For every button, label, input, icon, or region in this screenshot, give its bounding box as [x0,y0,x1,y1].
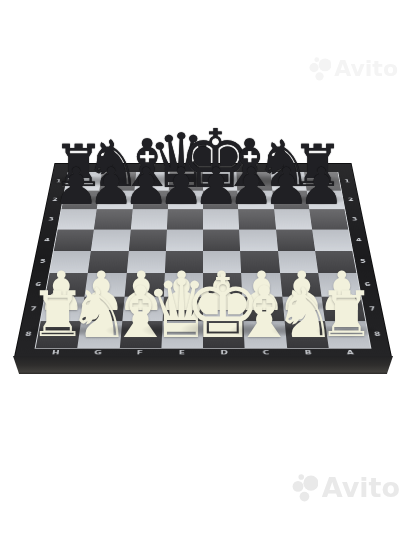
square-c4 [239,229,277,250]
board-grid [36,172,371,348]
file-label-bottom: D [217,349,231,356]
square-g8 [78,321,122,347]
square-d1 [203,172,237,190]
square-c5 [240,251,279,273]
square-a6 [318,273,361,297]
rank-label-right: 5 [354,259,373,265]
square-b1 [270,172,306,190]
rank-label-right: 6 [358,281,378,287]
square-e1 [169,172,203,190]
square-c3 [238,209,275,229]
square-e6 [164,273,203,297]
rank-label-left: 6 [28,281,48,287]
watermark-text: Avito [322,472,400,503]
square-b3 [274,209,312,229]
square-d3 [203,209,239,229]
square-a4 [312,229,352,250]
square-h6 [45,273,88,297]
square-f4 [128,229,166,250]
file-label-bottom: B [301,349,316,356]
board-side-edge [13,356,393,374]
square-h4 [54,229,94,250]
square-g3 [94,209,132,229]
rank-label-left: 8 [18,331,39,338]
square-c7 [242,296,284,321]
square-h7 [41,296,85,321]
square-h1 [65,172,102,190]
square-b6 [280,273,322,297]
square-g5 [88,251,128,273]
rank-label-right: 2 [342,197,360,202]
file-label-bottom: H [48,349,63,356]
rank-label-left: 3 [42,217,60,222]
rank-label-right: 4 [350,237,368,242]
square-e3 [167,209,203,229]
square-f3 [130,209,167,229]
square-e2 [168,190,203,209]
square-h5 [50,251,91,273]
avito-logo-icon [292,474,318,502]
square-d4 [203,229,240,250]
rank-label-left: 5 [33,259,52,265]
square-h8 [36,321,82,347]
square-f1 [134,172,169,190]
file-label-bottom: F [133,349,147,356]
square-f8 [119,321,162,347]
square-a2 [306,190,344,209]
file-label-bottom: E [175,349,189,356]
square-c8 [244,321,287,347]
square-d7 [203,296,244,321]
square-g1 [100,172,136,190]
square-a5 [315,251,356,273]
file-label-bottom: C [259,349,273,356]
rank-label-left: 7 [23,306,43,312]
square-f2 [132,190,168,209]
square-f6 [124,273,165,297]
square-g4 [91,229,130,250]
rank-label-left: 4 [38,237,56,242]
square-a3 [309,209,348,229]
square-g7 [81,296,124,321]
square-g2 [97,190,134,209]
square-h3 [58,209,97,229]
square-d2 [203,190,238,209]
square-h2 [62,190,100,209]
square-b4 [276,229,315,250]
rank-label-right: 7 [362,306,382,312]
square-b7 [282,296,325,321]
square-b2 [272,190,309,209]
file-label-bottom: G [90,349,105,356]
square-a8 [325,321,371,347]
square-b5 [278,251,318,273]
square-c1 [237,172,272,190]
square-e4 [166,229,203,250]
avito-watermark-bottom: Avito [292,472,400,503]
square-c2 [237,190,273,209]
square-d6 [203,273,242,297]
square-a1 [304,172,341,190]
product-photo: 11H22G33F44E55D66C77B88A ♜♞♝♛♚♝♞♜♟♟♟♟♟♟♟… [0,0,404,540]
chess-board-scene: 11H22G33F44E55D66C77B88A [14,0,392,357]
square-e8 [161,321,203,347]
square-b8 [284,321,328,347]
rank-label-right: 3 [346,217,364,222]
square-c6 [241,273,282,297]
square-f7 [122,296,164,321]
rank-label-left: 1 [50,179,67,184]
square-d8 [203,321,245,347]
square-f5 [126,251,165,273]
square-g6 [85,273,127,297]
file-label-bottom: A [343,349,358,356]
square-a7 [321,296,365,321]
chess-board: 11H22G33F44E55D66C77B88A [14,163,392,357]
square-e5 [165,251,203,273]
rank-label-right: 8 [367,331,388,338]
rank-label-right: 1 [339,179,356,184]
rank-label-left: 2 [46,197,64,202]
square-e7 [162,296,203,321]
square-d5 [203,251,241,273]
